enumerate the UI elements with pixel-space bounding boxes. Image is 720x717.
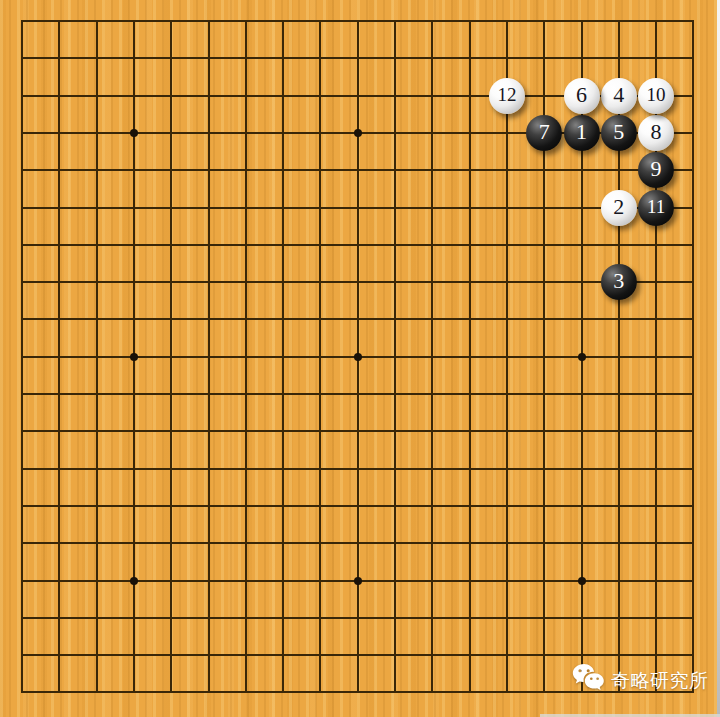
star-point	[354, 577, 362, 585]
grid-line-vertical	[506, 20, 508, 693]
move-number: 3	[613, 270, 624, 292]
screenshot-canvas: 123456789101112 奇略研究所	[0, 0, 720, 717]
move-number: 1	[576, 121, 587, 143]
go-board: 123456789101112	[0, 0, 717, 717]
grid-line-horizontal	[21, 505, 694, 507]
grid-line-horizontal	[21, 393, 694, 395]
white-stone-2: 2	[601, 190, 637, 226]
move-number: 11	[647, 197, 665, 216]
grid-line-vertical	[469, 20, 471, 693]
black-stone-11: 11	[638, 190, 674, 226]
star-point	[354, 353, 362, 361]
grid-line-horizontal	[21, 617, 694, 619]
move-number: 10	[647, 85, 666, 104]
star-point	[130, 577, 138, 585]
wechat-icon	[572, 663, 605, 698]
white-stone-6: 6	[564, 78, 600, 114]
move-number: 8	[651, 121, 662, 143]
white-stone-8: 8	[638, 115, 674, 151]
move-number: 5	[613, 121, 624, 143]
black-stone-7: 7	[526, 115, 562, 151]
watermark-text: 奇略研究所	[611, 668, 709, 694]
black-stone-1: 1	[564, 115, 600, 151]
move-number: 6	[576, 84, 587, 106]
star-point	[130, 129, 138, 137]
move-number: 7	[539, 121, 550, 143]
black-stone-3: 3	[601, 264, 637, 300]
star-point	[578, 353, 586, 361]
watermark: 奇略研究所	[572, 663, 709, 698]
move-number: 9	[651, 158, 662, 180]
grid-line-vertical	[394, 20, 396, 693]
white-stone-12: 12	[489, 78, 525, 114]
grid-line-horizontal	[21, 542, 694, 544]
white-stone-10: 10	[638, 78, 674, 114]
star-point	[578, 577, 586, 585]
black-stone-5: 5	[601, 115, 637, 151]
grid-line-vertical	[692, 20, 694, 693]
grid-line-horizontal	[21, 468, 694, 470]
black-stone-9: 9	[638, 152, 674, 188]
white-stone-4: 4	[601, 78, 637, 114]
grid-line-horizontal	[21, 430, 694, 432]
star-point	[354, 129, 362, 137]
grid-line-horizontal	[21, 654, 694, 656]
star-point	[130, 353, 138, 361]
move-number: 2	[613, 196, 624, 218]
move-number: 4	[613, 84, 624, 106]
move-number: 12	[497, 85, 516, 104]
grid-line-vertical	[431, 20, 433, 693]
